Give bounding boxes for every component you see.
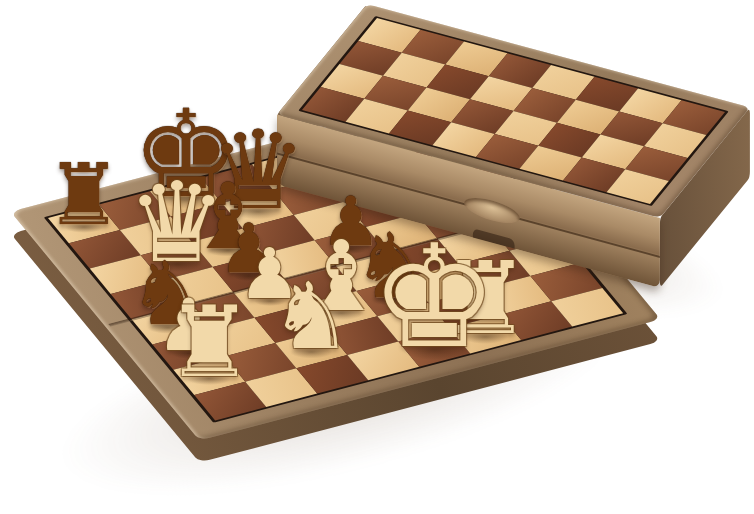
chess-piece-white-rook: ♜ xyxy=(165,292,253,390)
chess-piece-dark-rook: ♜ xyxy=(46,152,122,237)
product-photo-scene: ♜♚♛♛♝♟♟♞♟♟♝♞♜♞♚♜ xyxy=(0,0,754,514)
chess-piece-white-king: ♚ xyxy=(371,227,498,369)
chess-piece-white-knight: ♞ xyxy=(270,271,352,363)
